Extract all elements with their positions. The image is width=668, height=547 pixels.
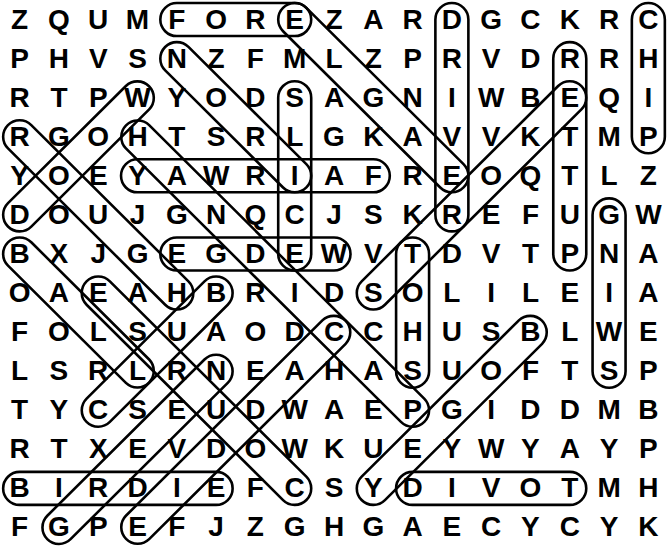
grid-cell-r4c6[interactable]: S <box>196 117 235 156</box>
grid-cell-r10c9[interactable]: H <box>314 352 353 391</box>
grid-cell-r3c16[interactable]: Q <box>589 78 628 117</box>
grid-cell-r12c5[interactable]: V <box>157 430 196 469</box>
grid-cell-r13c11[interactable]: D <box>393 469 432 508</box>
grid-cell-r5c4[interactable]: Y <box>118 156 157 195</box>
grid-cell-r5c16[interactable]: L <box>589 156 628 195</box>
grid-cell-r3c1[interactable]: R <box>0 78 39 117</box>
grid-cell-r12c12[interactable]: Y <box>432 430 471 469</box>
grid-cell-r4c1[interactable]: R <box>0 117 39 156</box>
grid-cell-r6c3[interactable]: U <box>79 195 118 234</box>
grid-cell-r6c9[interactable]: J <box>314 195 353 234</box>
grid-cell-r2c14[interactable]: D <box>511 39 550 78</box>
grid-cell-r3c6[interactable]: O <box>196 78 235 117</box>
grid-cell-r11c8[interactable]: W <box>275 391 314 430</box>
grid-cell-r3c3[interactable]: P <box>79 78 118 117</box>
grid-cell-r4c13[interactable]: V <box>472 117 511 156</box>
grid-cell-r11c4[interactable]: S <box>118 391 157 430</box>
grid-cell-r4c14[interactable]: K <box>511 117 550 156</box>
grid-cell-r7c17[interactable]: A <box>629 234 668 273</box>
grid-cell-r6c1[interactable]: D <box>0 195 39 234</box>
grid-cell-r13c10[interactable]: Y <box>354 469 393 508</box>
grid-cell-r3c12[interactable]: I <box>432 78 471 117</box>
grid-cell-r7c6[interactable]: G <box>196 234 235 273</box>
grid-cell-r4c15[interactable]: T <box>550 117 589 156</box>
grid-cell-r2c16[interactable]: R <box>589 39 628 78</box>
grid-cell-r11c7[interactable]: D <box>236 391 275 430</box>
grid-cell-r4c10[interactable]: K <box>354 117 393 156</box>
grid-cell-r6c11[interactable]: K <box>393 195 432 234</box>
grid-cell-r9c17[interactable]: E <box>629 313 668 352</box>
grid-cell-r9c2[interactable]: O <box>39 313 78 352</box>
grid-cell-r4c4[interactable]: H <box>118 117 157 156</box>
grid-cell-r14c7[interactable]: Z <box>236 508 275 547</box>
grid-cell-r5c10[interactable]: F <box>354 156 393 195</box>
grid-cell-r4c5[interactable]: T <box>157 117 196 156</box>
grid-cell-r2c10[interactable]: Z <box>354 39 393 78</box>
grid-cell-r5c6[interactable]: W <box>196 156 235 195</box>
grid-cell-r14c5[interactable]: F <box>157 508 196 547</box>
grid-cell-r14c9[interactable]: H <box>314 508 353 547</box>
grid-cell-r5c7[interactable]: R <box>236 156 275 195</box>
grid-cell-r13c6[interactable]: E <box>196 469 235 508</box>
grid-cell-r14c2[interactable]: G <box>39 508 78 547</box>
grid-cell-r8c17[interactable]: A <box>629 274 668 313</box>
grid-cell-r11c1[interactable]: T <box>0 391 39 430</box>
grid-cell-r4c9[interactable]: G <box>314 117 353 156</box>
grid-cell-r7c2[interactable]: X <box>39 234 78 273</box>
grid-cell-r7c13[interactable]: V <box>472 234 511 273</box>
grid-cell-r1c13[interactable]: G <box>472 0 511 39</box>
grid-cell-r3c2[interactable]: T <box>39 78 78 117</box>
grid-cell-r14c13[interactable]: C <box>472 508 511 547</box>
grid-cell-r14c10[interactable]: G <box>354 508 393 547</box>
grid-cell-r10c11[interactable]: S <box>393 352 432 391</box>
grid-cell-r8c6[interactable]: B <box>196 274 235 313</box>
grid-cell-r8c15[interactable]: E <box>550 274 589 313</box>
grid-cell-r9c3[interactable]: L <box>79 313 118 352</box>
grid-cell-r4c17[interactable]: P <box>629 117 668 156</box>
grid-cell-r12c7[interactable]: O <box>236 430 275 469</box>
grid-cell-r2c5[interactable]: N <box>157 39 196 78</box>
grid-cell-r14c17[interactable]: K <box>629 508 668 547</box>
grid-cell-r9c13[interactable]: S <box>472 313 511 352</box>
grid-cell-r5c11[interactable]: R <box>393 156 432 195</box>
grid-cell-r2c15[interactable]: R <box>550 39 589 78</box>
grid-cell-r10c16[interactable]: S <box>589 352 628 391</box>
grid-cell-r12c4[interactable]: E <box>118 430 157 469</box>
grid-cell-r3c15[interactable]: E <box>550 78 589 117</box>
grid-cell-r4c12[interactable]: V <box>432 117 471 156</box>
grid-cell-r8c13[interactable]: I <box>472 274 511 313</box>
grid-cell-r9c10[interactable]: C <box>354 313 393 352</box>
grid-cell-r13c7[interactable]: F <box>236 469 275 508</box>
grid-cell-r12c3[interactable]: X <box>79 430 118 469</box>
grid-cell-r9c11[interactable]: H <box>393 313 432 352</box>
grid-cell-r3c8[interactable]: S <box>275 78 314 117</box>
grid-cell-r1c15[interactable]: K <box>550 0 589 39</box>
grid-cell-r7c4[interactable]: G <box>118 234 157 273</box>
grid-cell-r14c1[interactable]: F <box>0 508 39 547</box>
grid-cell-r5c12[interactable]: E <box>432 156 471 195</box>
letter-grid: ZQUMFOREZARDGCKRCPHVSNZFMLZPRVDRRHRTPWYO… <box>0 0 668 547</box>
grid-cell-r11c9[interactable]: A <box>314 391 353 430</box>
grid-cell-r3c9[interactable]: A <box>314 78 353 117</box>
grid-cell-r7c14[interactable]: T <box>511 234 550 273</box>
grid-cell-r7c3[interactable]: J <box>79 234 118 273</box>
grid-cell-r2c11[interactable]: P <box>393 39 432 78</box>
grid-cell-r2c17[interactable]: H <box>629 39 668 78</box>
grid-cell-r9c14[interactable]: B <box>511 313 550 352</box>
grid-cell-r13c3[interactable]: R <box>79 469 118 508</box>
grid-cell-r6c15[interactable]: U <box>550 195 589 234</box>
grid-cell-r1c8[interactable]: E <box>275 0 314 39</box>
grid-cell-r1c7[interactable]: R <box>236 0 275 39</box>
grid-cell-r13c14[interactable]: O <box>511 469 550 508</box>
grid-cell-r7c5[interactable]: E <box>157 234 196 273</box>
grid-cell-r8c12[interactable]: L <box>432 274 471 313</box>
grid-cell-r14c4[interactable]: E <box>118 508 157 547</box>
grid-cell-r13c12[interactable]: I <box>432 469 471 508</box>
grid-cell-r4c16[interactable]: M <box>589 117 628 156</box>
grid-cell-r5c8[interactable]: I <box>275 156 314 195</box>
grid-cell-r4c11[interactable]: A <box>393 117 432 156</box>
grid-cell-r12c10[interactable]: U <box>354 430 393 469</box>
grid-cell-r13c16[interactable]: M <box>589 469 628 508</box>
grid-cell-r2c7[interactable]: F <box>236 39 275 78</box>
grid-cell-r13c1[interactable]: B <box>0 469 39 508</box>
grid-cell-r10c6[interactable]: N <box>196 352 235 391</box>
grid-cell-r7c11[interactable]: T <box>393 234 432 273</box>
grid-cell-r3c5[interactable]: Y <box>157 78 196 117</box>
grid-cell-r8c8[interactable]: I <box>275 274 314 313</box>
grid-cell-r13c17[interactable]: H <box>629 469 668 508</box>
grid-cell-r8c9[interactable]: D <box>314 274 353 313</box>
grid-cell-r1c11[interactable]: R <box>393 0 432 39</box>
grid-cell-r9c15[interactable]: L <box>550 313 589 352</box>
grid-cell-r4c7[interactable]: R <box>236 117 275 156</box>
grid-cell-r4c3[interactable]: O <box>79 117 118 156</box>
grid-cell-r14c14[interactable]: Y <box>511 508 550 547</box>
grid-cell-r11c5[interactable]: E <box>157 391 196 430</box>
grid-cell-r8c3[interactable]: E <box>79 274 118 313</box>
grid-cell-r6c10[interactable]: S <box>354 195 393 234</box>
grid-cell-r5c17[interactable]: Z <box>629 156 668 195</box>
grid-cell-r3c4[interactable]: W <box>118 78 157 117</box>
grid-cell-r12c15[interactable]: A <box>550 430 589 469</box>
grid-cell-r11c14[interactable]: D <box>511 391 550 430</box>
grid-cell-r10c14[interactable]: F <box>511 352 550 391</box>
grid-cell-r13c5[interactable]: I <box>157 469 196 508</box>
grid-cell-r2c13[interactable]: V <box>472 39 511 78</box>
grid-cell-r7c12[interactable]: D <box>432 234 471 273</box>
grid-cell-r13c2[interactable]: I <box>39 469 78 508</box>
grid-cell-r2c12[interactable]: R <box>432 39 471 78</box>
grid-cell-r14c6[interactable]: J <box>196 508 235 547</box>
grid-cell-r12c16[interactable]: Y <box>589 430 628 469</box>
grid-cell-r11c3[interactable]: C <box>79 391 118 430</box>
grid-cell-r14c8[interactable]: G <box>275 508 314 547</box>
grid-cell-r12c11[interactable]: E <box>393 430 432 469</box>
grid-cell-r5c2[interactable]: O <box>39 156 78 195</box>
grid-cell-r12c1[interactable]: R <box>0 430 39 469</box>
grid-cell-r8c11[interactable]: O <box>393 274 432 313</box>
grid-cell-r10c1[interactable]: L <box>0 352 39 391</box>
grid-cell-r7c9[interactable]: W <box>314 234 353 273</box>
grid-cell-r9c16[interactable]: W <box>589 313 628 352</box>
grid-cell-r2c6[interactable]: Z <box>196 39 235 78</box>
grid-cell-r10c8[interactable]: A <box>275 352 314 391</box>
grid-cell-r13c9[interactable]: S <box>314 469 353 508</box>
grid-cell-r7c16[interactable]: N <box>589 234 628 273</box>
grid-cell-r3c11[interactable]: N <box>393 78 432 117</box>
grid-cell-r14c12[interactable]: E <box>432 508 471 547</box>
grid-cell-r8c1[interactable]: O <box>0 274 39 313</box>
grid-cell-r4c8[interactable]: L <box>275 117 314 156</box>
grid-cell-r7c1[interactable]: B <box>0 234 39 273</box>
grid-cell-r11c12[interactable]: G <box>432 391 471 430</box>
grid-cell-r5c3[interactable]: E <box>79 156 118 195</box>
grid-cell-r1c14[interactable]: C <box>511 0 550 39</box>
grid-cell-r11c17[interactable]: B <box>629 391 668 430</box>
grid-cell-r6c12[interactable]: R <box>432 195 471 234</box>
grid-cell-r11c11[interactable]: P <box>393 391 432 430</box>
grid-cell-r10c10[interactable]: A <box>354 352 393 391</box>
grid-cell-r10c12[interactable]: U <box>432 352 471 391</box>
grid-cell-r6c2[interactable]: O <box>39 195 78 234</box>
grid-cell-r12c17[interactable]: P <box>629 430 668 469</box>
grid-cell-r6c8[interactable]: C <box>275 195 314 234</box>
grid-cell-r5c1[interactable]: Y <box>0 156 39 195</box>
grid-cell-r2c8[interactable]: M <box>275 39 314 78</box>
grid-cell-r8c2[interactable]: A <box>39 274 78 313</box>
grid-cell-r8c5[interactable]: H <box>157 274 196 313</box>
grid-cell-r6c6[interactable]: N <box>196 195 235 234</box>
grid-cell-r5c15[interactable]: T <box>550 156 589 195</box>
grid-cell-r12c13[interactable]: W <box>472 430 511 469</box>
grid-cell-r6c14[interactable]: F <box>511 195 550 234</box>
grid-cell-r9c4[interactable]: S <box>118 313 157 352</box>
grid-cell-r2c3[interactable]: V <box>79 39 118 78</box>
grid-cell-r1c17[interactable]: C <box>629 0 668 39</box>
grid-cell-r8c4[interactable]: A <box>118 274 157 313</box>
grid-cell-r14c11[interactable]: A <box>393 508 432 547</box>
grid-cell-r3c13[interactable]: W <box>472 78 511 117</box>
grid-cell-r10c15[interactable]: T <box>550 352 589 391</box>
grid-cell-r6c17[interactable]: W <box>629 195 668 234</box>
grid-cell-r14c3[interactable]: P <box>79 508 118 547</box>
grid-cell-r5c9[interactable]: A <box>314 156 353 195</box>
grid-cell-r10c4[interactable]: L <box>118 352 157 391</box>
grid-cell-r11c10[interactable]: E <box>354 391 393 430</box>
grid-cell-r12c6[interactable]: D <box>196 430 235 469</box>
grid-cell-r1c12[interactable]: D <box>432 0 471 39</box>
grid-cell-r5c5[interactable]: A <box>157 156 196 195</box>
grid-cell-r13c15[interactable]: T <box>550 469 589 508</box>
grid-cell-r1c2[interactable]: Q <box>39 0 78 39</box>
grid-cell-r14c15[interactable]: C <box>550 508 589 547</box>
grid-cell-r7c15[interactable]: P <box>550 234 589 273</box>
grid-cell-r1c3[interactable]: U <box>79 0 118 39</box>
grid-cell-r9c12[interactable]: U <box>432 313 471 352</box>
grid-cell-r8c16[interactable]: I <box>589 274 628 313</box>
grid-cell-r9c5[interactable]: U <box>157 313 196 352</box>
grid-cell-r1c5[interactable]: F <box>157 0 196 39</box>
grid-cell-r6c5[interactable]: G <box>157 195 196 234</box>
grid-cell-r9c1[interactable]: F <box>0 313 39 352</box>
grid-cell-r7c10[interactable]: V <box>354 234 393 273</box>
grid-cell-r8c14[interactable]: L <box>511 274 550 313</box>
grid-cell-r1c16[interactable]: R <box>589 0 628 39</box>
grid-cell-r9c6[interactable]: A <box>196 313 235 352</box>
grid-cell-r6c16[interactable]: G <box>589 195 628 234</box>
grid-cell-r14c16[interactable]: Y <box>589 508 628 547</box>
grid-cell-r2c4[interactable]: S <box>118 39 157 78</box>
grid-cell-r13c8[interactable]: C <box>275 469 314 508</box>
grid-cell-r3c14[interactable]: B <box>511 78 550 117</box>
grid-cell-r2c1[interactable]: P <box>0 39 39 78</box>
grid-cell-r6c13[interactable]: E <box>472 195 511 234</box>
grid-cell-r1c10[interactable]: A <box>354 0 393 39</box>
grid-cell-r10c5[interactable]: R <box>157 352 196 391</box>
grid-cell-r12c14[interactable]: Y <box>511 430 550 469</box>
grid-cell-r11c16[interactable]: M <box>589 391 628 430</box>
grid-cell-r7c7[interactable]: D <box>236 234 275 273</box>
grid-cell-r7c8[interactable]: E <box>275 234 314 273</box>
grid-cell-r4c2[interactable]: G <box>39 117 78 156</box>
grid-cell-r9c8[interactable]: D <box>275 313 314 352</box>
grid-cell-r9c7[interactable]: O <box>236 313 275 352</box>
grid-cell-r13c4[interactable]: D <box>118 469 157 508</box>
grid-cell-r11c6[interactable]: U <box>196 391 235 430</box>
grid-cell-r10c2[interactable]: S <box>39 352 78 391</box>
grid-cell-r6c4[interactable]: J <box>118 195 157 234</box>
grid-cell-r8c7[interactable]: R <box>236 274 275 313</box>
grid-cell-r10c3[interactable]: R <box>79 352 118 391</box>
grid-cell-r1c6[interactable]: O <box>196 0 235 39</box>
word-search-board: ZQUMFOREZARDGCKRCPHVSNZFMLZPRVDRRHRTPWYO… <box>0 0 668 547</box>
grid-cell-r11c15[interactable]: D <box>550 391 589 430</box>
grid-cell-r11c13[interactable]: I <box>472 391 511 430</box>
grid-cell-r11c2[interactable]: Y <box>39 391 78 430</box>
grid-cell-r10c17[interactable]: P <box>629 352 668 391</box>
grid-cell-r6c7[interactable]: Q <box>236 195 275 234</box>
grid-cell-r5c14[interactable]: Q <box>511 156 550 195</box>
grid-cell-r12c9[interactable]: K <box>314 430 353 469</box>
grid-cell-r3c7[interactable]: D <box>236 78 275 117</box>
grid-cell-r8c10[interactable]: S <box>354 274 393 313</box>
grid-cell-r3c10[interactable]: G <box>354 78 393 117</box>
grid-cell-r12c8[interactable]: W <box>275 430 314 469</box>
grid-cell-r9c9[interactable]: C <box>314 313 353 352</box>
grid-cell-r1c9[interactable]: Z <box>314 0 353 39</box>
grid-cell-r13c13[interactable]: V <box>472 469 511 508</box>
grid-cell-r10c13[interactable]: O <box>472 352 511 391</box>
grid-cell-r12c2[interactable]: T <box>39 430 78 469</box>
grid-cell-r3c17[interactable]: I <box>629 78 668 117</box>
grid-cell-r1c1[interactable]: Z <box>0 0 39 39</box>
grid-cell-r2c9[interactable]: L <box>314 39 353 78</box>
grid-cell-r2c2[interactable]: H <box>39 39 78 78</box>
grid-cell-r10c7[interactable]: E <box>236 352 275 391</box>
grid-cell-r5c13[interactable]: O <box>472 156 511 195</box>
grid-cell-r1c4[interactable]: M <box>118 0 157 39</box>
